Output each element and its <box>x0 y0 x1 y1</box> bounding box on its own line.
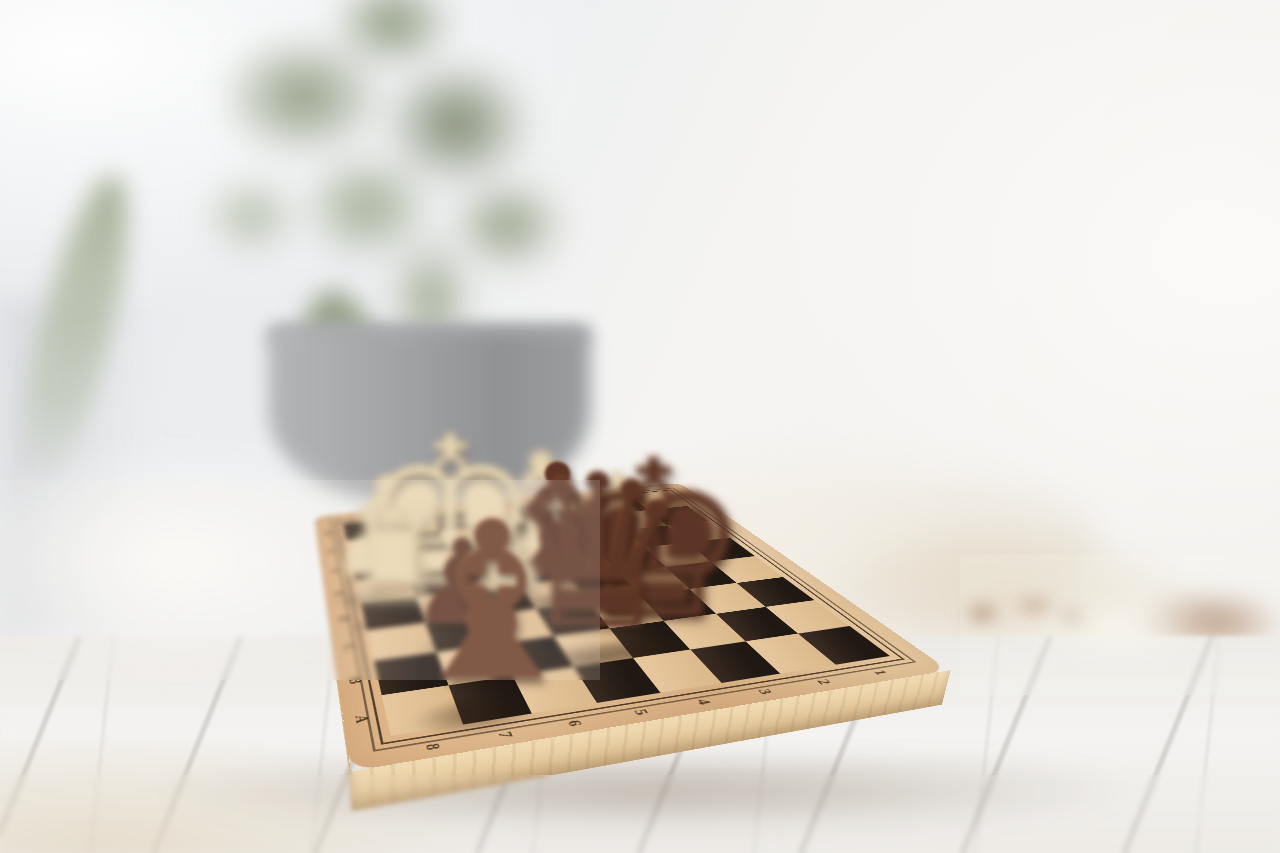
rank-label-8: 8 <box>421 742 444 751</box>
rank-label-3: 3 <box>753 688 775 696</box>
file-label-A: A <box>350 714 372 725</box>
rank-label-1: 1 <box>868 669 890 676</box>
photo-stage: ♟♟♝♟♜♚♟♝♟♛♚♝ 87654321 ABCDEFGH <box>0 0 1280 853</box>
black-bishop-glyph: ♝ <box>315 499 669 707</box>
rank-label-5: 5 <box>629 708 651 716</box>
rank-label-2: 2 <box>812 678 834 685</box>
chess-board: ♟♟♝♟♜♚♟♝♟♛♚♝ 87654321 ABCDEFGH <box>315 483 950 772</box>
square-a1 <box>798 626 890 664</box>
rank-label-4: 4 <box>692 698 714 706</box>
rank-label-6: 6 <box>562 719 585 728</box>
chess-board-3d: ♟♟♝♟♜♚♟♝♟♛♚♝ 87654321 ABCDEFGH <box>340 240 880 780</box>
square-a7: ♝ <box>448 676 531 724</box>
blurred-objects-back-edge <box>945 575 1095 645</box>
